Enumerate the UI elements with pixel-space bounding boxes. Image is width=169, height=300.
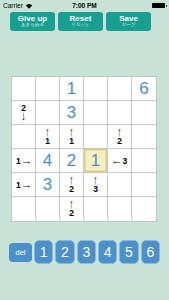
board-cell[interactable]	[84, 197, 108, 221]
save-sublabel: セーブ	[122, 23, 136, 28]
board-cell[interactable]: 3	[60, 101, 84, 125]
cell-clue: ↑1	[69, 128, 74, 146]
board-cell[interactable]	[36, 77, 60, 101]
keypad-digit-4[interactable]: 4	[98, 240, 117, 264]
board-cell[interactable]	[108, 173, 132, 197]
cell-clue: ↑1	[45, 128, 50, 146]
reset-sublabel: リセット	[71, 23, 89, 28]
arrow-down-icon: ↓	[21, 110, 26, 123]
reset-button[interactable]: Reset リセット	[58, 12, 103, 31]
delete-button[interactable]: del	[9, 243, 32, 262]
board-cell[interactable]	[12, 77, 36, 101]
status-bar: Carrier 7:00 PM	[0, 0, 169, 11]
save-button[interactable]: Save セーブ	[106, 12, 151, 31]
board-cell[interactable]	[108, 77, 132, 101]
board-cell[interactable]	[132, 125, 156, 149]
arrow-up-icon: ↑	[69, 126, 74, 139]
arrow-right-icon: →	[21, 156, 32, 166]
board-cell[interactable]	[84, 77, 108, 101]
board-cell[interactable]	[108, 197, 132, 221]
board-cell[interactable]	[84, 101, 108, 125]
board-cell[interactable]: 3	[36, 173, 60, 197]
keypad-digit-1[interactable]: 1	[34, 240, 53, 264]
board-cell[interactable]	[132, 101, 156, 125]
cell-clue: ↑2	[69, 176, 74, 194]
board-cell[interactable]	[108, 101, 132, 125]
toolbar: Give up あきらめる Reset リセット Save セーブ	[10, 12, 151, 31]
board-cell[interactable]: 1	[60, 77, 84, 101]
cell-digit: 6	[139, 79, 148, 99]
battery-icon	[152, 3, 165, 8]
board-cell[interactable]: ↑2	[60, 173, 84, 197]
keypad: del 123456	[9, 240, 160, 264]
keypad-digit-3[interactable]: 3	[77, 240, 96, 264]
board-cell[interactable]	[132, 149, 156, 173]
board-cell[interactable]: ↑2	[108, 125, 132, 149]
board-cell[interactable]: 4	[36, 149, 60, 173]
cell-clue: 1→	[16, 180, 31, 190]
give-up-button[interactable]: Give up あきらめる	[10, 12, 55, 31]
arrow-up-icon: ↑	[117, 126, 122, 139]
board-cell[interactable]: ↑3	[84, 173, 108, 197]
board-cell[interactable]: ←3	[108, 149, 132, 173]
board-cell[interactable]	[36, 101, 60, 125]
board-cell[interactable]: 1→	[12, 173, 36, 197]
board-cell[interactable]	[12, 197, 36, 221]
cell-clue: ↑2	[117, 128, 122, 146]
cell-digit: 1	[91, 151, 100, 171]
board-cell[interactable]	[36, 197, 60, 221]
cell-digit: 3	[43, 175, 52, 195]
board-cell[interactable]: 2↓	[12, 101, 36, 125]
board-cell[interactable]	[12, 125, 36, 149]
cell-clue: 1→	[16, 156, 31, 166]
cell-clue: ↑3	[93, 176, 98, 194]
cell-digit: 4	[43, 151, 52, 171]
keypad-digit-5[interactable]: 5	[119, 240, 138, 264]
keypad-digit-6[interactable]: 6	[141, 240, 160, 264]
arrow-left-icon: ←	[111, 156, 122, 166]
board-cell[interactable]: 1→	[12, 149, 36, 173]
cell-clue: 2↓	[21, 104, 26, 122]
arrow-up-icon: ↑	[69, 174, 74, 187]
arrow-up-icon: ↑	[45, 126, 50, 139]
board-cell[interactable]: 2	[60, 149, 84, 173]
arrow-right-icon: →	[21, 180, 32, 190]
give-up-sublabel: あきらめる	[21, 23, 44, 28]
arrow-up-icon: ↑	[93, 174, 98, 187]
cell-digit: 3	[67, 103, 76, 123]
arrow-up-icon: ↑	[69, 198, 74, 211]
status-time: 7:00 PM	[0, 2, 169, 9]
board-cell[interactable]: ↑2	[60, 197, 84, 221]
app-screen: Carrier 7:00 PM Give up あきらめる Reset リセット…	[0, 0, 169, 300]
keypad-digit-2[interactable]: 2	[55, 240, 74, 264]
cell-clue: ↑2	[69, 200, 74, 218]
board-cell[interactable]	[132, 173, 156, 197]
board: 162↓3↑1↑1↑21→421←31→3↑2↑3↑2	[11, 76, 157, 222]
cell-digit: 2	[67, 151, 76, 171]
clue-number: 3	[122, 156, 127, 166]
board-cell[interactable]	[84, 125, 108, 149]
board-cell[interactable]: ↑1	[36, 125, 60, 149]
board-cell[interactable]: 6	[132, 77, 156, 101]
board-cell[interactable]: ↑1	[60, 125, 84, 149]
board-cell[interactable]: 1	[84, 149, 108, 173]
board-cell[interactable]	[132, 197, 156, 221]
cell-clue: ←3	[112, 156, 127, 166]
cell-digit: 1	[67, 79, 76, 99]
